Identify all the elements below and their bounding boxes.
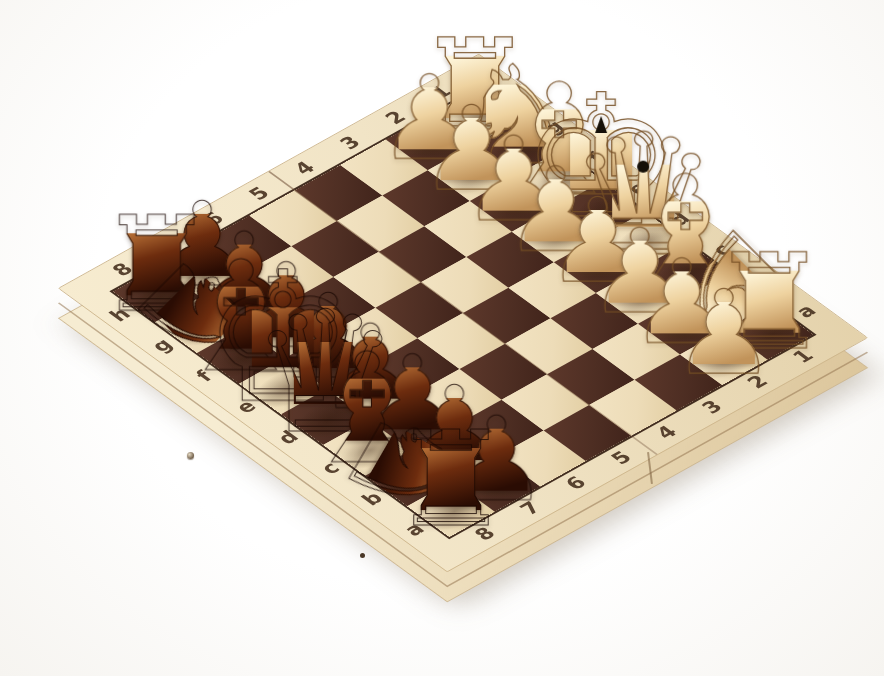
- photo-scene: 87654321 87654321 hgfedcba hgfedcba ♜♞♝♛…: [0, 0, 884, 676]
- frame-nail: [360, 553, 365, 558]
- piece-white-pawn-a2: ♟: [693, 302, 755, 364]
- hinge-pin: [187, 452, 194, 459]
- pieces-layer: ♜♞♝♛♚♝♞♜♟♟♟♟♟♟♟♟♟♟♟♟♟♟♟♟♜♞♝♛♚♝♞♜: [59, 55, 866, 572]
- piece-black-rook-a8: ♜: [420, 448, 482, 510]
- board-face: 87654321 87654321 hgfedcba hgfedcba ♜♞♝♛…: [58, 54, 868, 573]
